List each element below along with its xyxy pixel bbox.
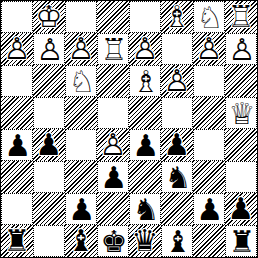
white-pawn: ♙: [161, 65, 193, 97]
black-pawn: ♟: [225, 193, 257, 225]
black-rook: ♜: [226, 226, 258, 258]
white-pawn-fill: ♟: [65, 33, 97, 65]
white-queen: ♕: [226, 98, 258, 130]
black-pawn: ♟: [2, 130, 34, 162]
square-h1[interactable]: [1, 1, 33, 33]
white-pawn: ♙: [65, 33, 97, 65]
square-g4[interactable]: [33, 97, 65, 129]
square-a8[interactable]: ♜: [225, 225, 257, 257]
chess-board: ♚♔♝♗♞♘♜♖♟♙♟♙♟♙♜♖♟♙♟♙♟♙♞♘♝♗♟♙♛♕♟♟♟♙♟♟♟♞♟♞…: [0, 0, 258, 258]
black-pawn: ♟: [98, 162, 130, 194]
square-h7[interactable]: [1, 193, 33, 225]
square-e5[interactable]: ♟♙: [97, 129, 129, 161]
square-a5[interactable]: [225, 129, 257, 161]
square-e1[interactable]: [97, 1, 129, 33]
white-pawn: ♙: [97, 129, 129, 161]
square-g8[interactable]: [33, 225, 65, 257]
white-king: ♔: [33, 1, 65, 33]
square-a3[interactable]: [225, 65, 257, 97]
square-b3[interactable]: [193, 65, 225, 97]
square-c7[interactable]: [161, 193, 193, 225]
white-rook: ♖: [225, 1, 257, 33]
square-a6[interactable]: [225, 161, 257, 193]
black-pawn: ♟: [66, 194, 98, 226]
square-g5[interactable]: ♟: [33, 129, 65, 161]
black-pawn: ♟: [33, 129, 65, 161]
black-king: ♚: [98, 226, 130, 258]
square-b2[interactable]: ♟♙: [193, 33, 225, 65]
square-c4[interactable]: [161, 97, 193, 129]
black-bishop: ♝: [65, 225, 97, 257]
white-knight: ♘: [66, 66, 98, 98]
square-d7[interactable]: ♞: [129, 193, 161, 225]
square-h6[interactable]: [1, 161, 33, 193]
white-pawn: ♙: [1, 33, 33, 65]
square-h2[interactable]: ♟♙: [1, 33, 33, 65]
square-g2[interactable]: ♟♙: [33, 33, 65, 65]
square-d5[interactable]: ♟: [129, 129, 161, 161]
square-b7[interactable]: ♟: [193, 193, 225, 225]
white-bishop: ♗: [161, 1, 193, 33]
white-bishop-fill: ♝: [130, 66, 162, 98]
black-knight: ♞: [130, 194, 162, 226]
white-pawn-fill: ♟: [193, 33, 225, 65]
square-h5[interactable]: ♟: [1, 129, 33, 161]
white-bishop: ♗: [130, 66, 162, 98]
square-h8[interactable]: ♜: [1, 225, 33, 257]
white-pawn: ♙: [193, 33, 225, 65]
white-rook: ♖: [98, 34, 130, 66]
square-h4[interactable]: [1, 97, 33, 129]
square-d3[interactable]: ♝♗: [129, 65, 161, 97]
white-knight-fill: ♞: [66, 66, 98, 98]
square-f8[interactable]: ♝: [65, 225, 97, 257]
white-pawn: ♙: [226, 34, 258, 66]
white-knight-fill: ♞: [194, 2, 226, 34]
white-pawn-fill: ♟: [1, 33, 33, 65]
black-pawn: ♟: [130, 130, 162, 162]
square-d2[interactable]: ♟♙: [129, 33, 161, 65]
square-f7[interactable]: ♟: [65, 193, 97, 225]
square-c1[interactable]: ♝♗: [161, 1, 193, 33]
white-rook-fill: ♜: [98, 34, 130, 66]
square-a7[interactable]: ♟: [225, 193, 257, 225]
white-pawn-fill: ♟: [34, 34, 66, 66]
square-g6[interactable]: [33, 161, 65, 193]
square-d8[interactable]: ♛: [129, 225, 161, 257]
square-f1[interactable]: [65, 1, 97, 33]
square-e4[interactable]: [97, 97, 129, 129]
square-c5[interactable]: ♟: [161, 129, 193, 161]
black-pawn: ♟: [161, 129, 193, 161]
square-f6[interactable]: [65, 161, 97, 193]
square-d4[interactable]: [129, 97, 161, 129]
square-d6[interactable]: [129, 161, 161, 193]
square-f3[interactable]: ♞♘: [65, 65, 97, 97]
square-a2[interactable]: ♟♙: [225, 33, 257, 65]
square-a1[interactable]: ♜♖: [225, 1, 257, 33]
square-f4[interactable]: [65, 97, 97, 129]
square-b1[interactable]: ♞♘: [193, 1, 225, 33]
white-rook-fill: ♜: [225, 1, 257, 33]
square-b6[interactable]: [193, 161, 225, 193]
square-e3[interactable]: [97, 65, 129, 97]
white-pawn: ♙: [34, 34, 66, 66]
black-rook: ♜: [1, 225, 33, 257]
black-pawn: ♟: [194, 194, 226, 226]
square-g1[interactable]: ♚♔: [33, 1, 65, 33]
square-b8[interactable]: [193, 225, 225, 257]
square-g7[interactable]: [33, 193, 65, 225]
white-pawn-fill: ♟: [97, 129, 129, 161]
square-d1[interactable]: [129, 1, 161, 33]
black-bishop: ♝: [162, 226, 194, 258]
square-e6[interactable]: ♟: [97, 161, 129, 193]
white-pawn-fill: ♟: [161, 65, 193, 97]
black-knight: ♞: [162, 162, 194, 194]
white-queen-fill: ♛: [226, 98, 258, 130]
square-g3[interactable]: [33, 65, 65, 97]
square-b5[interactable]: [193, 129, 225, 161]
square-b4[interactable]: [193, 97, 225, 129]
square-f5[interactable]: [65, 129, 97, 161]
white-bishop-fill: ♝: [161, 1, 193, 33]
square-c3[interactable]: ♟♙: [161, 65, 193, 97]
square-e2[interactable]: ♜♖: [97, 33, 129, 65]
white-pawn-fill: ♟: [226, 34, 258, 66]
white-pawn-fill: ♟: [129, 33, 161, 65]
square-f2[interactable]: ♟♙: [65, 33, 97, 65]
square-a4[interactable]: ♛♕: [225, 97, 257, 129]
square-e7[interactable]: [97, 193, 129, 225]
square-c8[interactable]: ♝: [161, 225, 193, 257]
square-h3[interactable]: [1, 65, 33, 97]
black-queen: ♛: [129, 225, 161, 257]
white-knight: ♘: [194, 2, 226, 34]
square-e8[interactable]: ♚: [97, 225, 129, 257]
white-king-fill: ♚: [33, 1, 65, 33]
square-c6[interactable]: ♞: [161, 161, 193, 193]
square-c2[interactable]: [161, 33, 193, 65]
white-pawn: ♙: [129, 33, 161, 65]
